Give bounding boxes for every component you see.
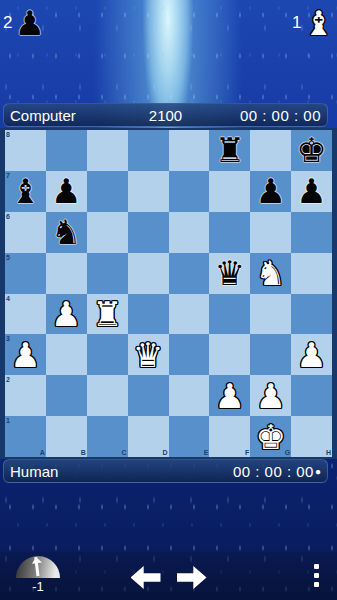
square-f5[interactable]: ♛ <box>209 253 250 294</box>
white-pawn[interactable]: ♟ <box>10 338 40 372</box>
captured-black-count: 2 <box>3 13 12 33</box>
file-label-h: H <box>326 449 331 456</box>
square-b5[interactable] <box>46 253 87 294</box>
computer-rating: 2100 <box>4 107 327 124</box>
square-c4[interactable]: ♜ <box>87 294 128 335</box>
captured-white-group: 1 ♝ <box>292 6 334 40</box>
captured-black-group: 2 ♟ <box>3 6 45 40</box>
square-a4[interactable]: 4 <box>5 294 46 335</box>
square-b1[interactable]: B <box>46 416 87 457</box>
square-c5[interactable] <box>87 253 128 294</box>
square-g1[interactable]: G♚ <box>250 416 291 457</box>
square-a5[interactable]: 5 <box>5 253 46 294</box>
human-clock: 00 : 00 : 00 <box>233 463 314 480</box>
menu-button[interactable] <box>314 564 319 587</box>
square-c7[interactable] <box>87 171 128 212</box>
rank-label-3: 3 <box>6 335 10 342</box>
black-knight[interactable]: ♞ <box>51 215 81 249</box>
white-pawn[interactable]: ♟ <box>215 379 245 413</box>
forward-arrow-button[interactable] <box>177 566 207 589</box>
captured-material-bar: 2 ♟ 1 ♝ <box>0 0 337 46</box>
square-h3[interactable]: ♟ <box>291 334 332 375</box>
turn-indicator-dot: ● <box>315 466 321 477</box>
square-e8[interactable] <box>169 130 210 171</box>
square-e1[interactable]: E <box>169 416 210 457</box>
square-b7[interactable]: ♟ <box>46 171 87 212</box>
square-c1[interactable]: C <box>87 416 128 457</box>
white-rook[interactable]: ♜ <box>92 297 122 331</box>
file-label-f: F <box>245 449 249 456</box>
square-b4[interactable]: ♟ <box>46 294 87 335</box>
square-f7[interactable] <box>209 171 250 212</box>
square-a3[interactable]: 3♟ <box>5 334 46 375</box>
square-h8[interactable]: ♚ <box>291 130 332 171</box>
square-b8[interactable] <box>46 130 87 171</box>
black-pawn-icon: ♟ <box>14 6 44 40</box>
square-a1[interactable]: 1A <box>5 416 46 457</box>
file-label-e: E <box>204 449 209 456</box>
square-h6[interactable] <box>291 212 332 253</box>
square-g3[interactable] <box>250 334 291 375</box>
square-g8[interactable] <box>250 130 291 171</box>
rank-label-8: 8 <box>6 131 10 138</box>
square-g4[interactable] <box>250 294 291 335</box>
square-f4[interactable] <box>209 294 250 335</box>
menu-dot-icon <box>314 573 319 578</box>
black-queen[interactable]: ♛ <box>215 256 245 290</box>
human-name: Human <box>10 463 58 480</box>
square-c8[interactable] <box>87 130 128 171</box>
square-g5[interactable]: ♞ <box>250 253 291 294</box>
square-h4[interactable] <box>291 294 332 335</box>
square-f8[interactable]: ♜ <box>209 130 250 171</box>
human-player-bar: Human 00 : 00 : 00 ● <box>3 459 328 483</box>
square-f1[interactable]: F <box>209 416 250 457</box>
file-label-g: G <box>285 449 290 456</box>
file-label-a: A <box>40 449 45 456</box>
square-e5[interactable] <box>169 253 210 294</box>
square-e4[interactable] <box>169 294 210 335</box>
bottom-nav-bar: -1 <box>0 552 337 600</box>
square-f3[interactable] <box>209 334 250 375</box>
square-a7[interactable]: 7♝ <box>5 171 46 212</box>
square-d7[interactable] <box>128 171 169 212</box>
square-h7[interactable]: ♟ <box>291 171 332 212</box>
chess-board-frame: 8♜♚7♝♟♟♟6♞5♛♞4♟♜3♟♛♟2♟♟1ABCDEFG♚H <box>0 128 337 459</box>
square-h1[interactable]: H <box>291 416 332 457</box>
chess-board[interactable]: 8♜♚7♝♟♟♟6♞5♛♞4♟♜3♟♛♟2♟♟1ABCDEFG♚H <box>5 130 332 457</box>
white-pawn[interactable]: ♟ <box>51 297 81 331</box>
square-a8[interactable]: 8 <box>5 130 46 171</box>
white-queen[interactable]: ♛ <box>133 338 163 372</box>
captured-white-count: 1 <box>292 13 301 33</box>
menu-dot-icon <box>314 582 319 587</box>
file-label-c: C <box>122 449 127 456</box>
black-rook[interactable]: ♜ <box>215 133 245 167</box>
black-pawn[interactable]: ♟ <box>255 174 285 208</box>
file-label-d: D <box>162 449 167 456</box>
square-d1[interactable]: D <box>128 416 169 457</box>
white-knight[interactable]: ♞ <box>255 256 285 290</box>
square-d4[interactable] <box>128 294 169 335</box>
square-g7[interactable]: ♟ <box>250 171 291 212</box>
square-a6[interactable]: 6 <box>5 212 46 253</box>
square-b6[interactable]: ♞ <box>46 212 87 253</box>
square-g6[interactable] <box>250 212 291 253</box>
square-h5[interactable] <box>291 253 332 294</box>
square-e2[interactable] <box>169 375 210 416</box>
rank-label-2: 2 <box>6 376 10 383</box>
rank-label-7: 7 <box>6 172 10 179</box>
rank-label-1: 1 <box>6 417 10 424</box>
back-arrow-button[interactable] <box>131 566 161 589</box>
rank-label-4: 4 <box>6 295 10 302</box>
file-label-b: B <box>81 449 86 456</box>
white-pawn[interactable]: ♟ <box>296 338 326 372</box>
square-c3[interactable] <box>87 334 128 375</box>
square-d5[interactable] <box>128 253 169 294</box>
square-d6[interactable] <box>128 212 169 253</box>
black-pawn[interactable]: ♟ <box>296 174 326 208</box>
black-pawn[interactable]: ♟ <box>51 174 81 208</box>
square-e7[interactable] <box>169 171 210 212</box>
square-d3[interactable]: ♛ <box>128 334 169 375</box>
rank-label-5: 5 <box>6 254 10 261</box>
square-f2[interactable]: ♟ <box>209 375 250 416</box>
square-a2[interactable]: 2 <box>5 375 46 416</box>
square-c2[interactable] <box>87 375 128 416</box>
white-king[interactable]: ♚ <box>255 420 285 454</box>
square-c6[interactable] <box>87 212 128 253</box>
square-e6[interactable] <box>169 212 210 253</box>
square-b3[interactable] <box>46 334 87 375</box>
black-bishop[interactable]: ♝ <box>10 174 40 208</box>
square-e3[interactable] <box>169 334 210 375</box>
square-b2[interactable] <box>46 375 87 416</box>
white-bishop-icon: ♝ <box>304 6 334 40</box>
square-d8[interactable] <box>128 130 169 171</box>
move-nav-arrows <box>0 566 337 589</box>
rank-label-6: 6 <box>6 213 10 220</box>
square-d2[interactable] <box>128 375 169 416</box>
square-h2[interactable] <box>291 375 332 416</box>
computer-player-bar: Computer 2100 00 : 00 : 00 <box>3 103 328 127</box>
square-g2[interactable]: ♟ <box>250 375 291 416</box>
white-pawn[interactable]: ♟ <box>255 379 285 413</box>
menu-dot-icon <box>314 564 319 569</box>
square-f6[interactable] <box>209 212 250 253</box>
black-king[interactable]: ♚ <box>296 133 326 167</box>
